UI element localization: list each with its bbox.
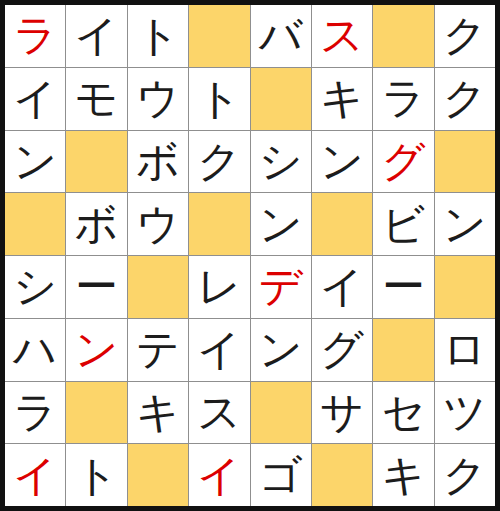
block-cell-r8c6 bbox=[312, 444, 372, 506]
letter-cell-r2c4[interactable]: ト bbox=[189, 68, 249, 130]
letter-cell-r1c8[interactable]: ク bbox=[435, 5, 495, 67]
letter-cell-r7c6[interactable]: サ bbox=[312, 382, 372, 444]
block-cell-r5c8 bbox=[435, 256, 495, 318]
letter-cell-r1c3[interactable]: ト bbox=[128, 5, 188, 67]
letter-cell-r8c4[interactable]: イ bbox=[189, 444, 249, 506]
block-cell-r3c2 bbox=[66, 131, 126, 193]
letter-cell-r1c6[interactable]: ス bbox=[312, 5, 372, 67]
block-cell-r1c7 bbox=[373, 5, 433, 67]
block-cell-r3c8 bbox=[435, 131, 495, 193]
letter-cell-r5c5[interactable]: デ bbox=[251, 256, 311, 318]
letter-cell-r6c3[interactable]: テ bbox=[128, 319, 188, 381]
letter-cell-r7c8[interactable]: ツ bbox=[435, 382, 495, 444]
letter-cell-r4c7[interactable]: ビ bbox=[373, 193, 433, 255]
block-cell-r5c3 bbox=[128, 256, 188, 318]
letter-cell-r2c6[interactable]: キ bbox=[312, 68, 372, 130]
letter-cell-r5c7[interactable]: ー bbox=[373, 256, 433, 318]
letter-cell-r6c1[interactable]: ハ bbox=[5, 319, 65, 381]
block-cell-r8c3 bbox=[128, 444, 188, 506]
letter-cell-r8c2[interactable]: ト bbox=[66, 444, 126, 506]
letter-cell-r3c4[interactable]: ク bbox=[189, 131, 249, 193]
letter-cell-r8c7[interactable]: キ bbox=[373, 444, 433, 506]
letter-cell-r3c7[interactable]: グ bbox=[373, 131, 433, 193]
block-cell-r7c2 bbox=[66, 382, 126, 444]
letter-cell-r6c6[interactable]: グ bbox=[312, 319, 372, 381]
letter-cell-r4c2[interactable]: ボ bbox=[66, 193, 126, 255]
letter-cell-r5c1[interactable]: シ bbox=[5, 256, 65, 318]
letter-cell-r6c5[interactable]: ン bbox=[251, 319, 311, 381]
letter-cell-r8c8[interactable]: ク bbox=[435, 444, 495, 506]
letter-cell-r1c2[interactable]: イ bbox=[66, 5, 126, 67]
block-cell-r2c5 bbox=[251, 68, 311, 130]
letter-cell-r3c1[interactable]: ン bbox=[5, 131, 65, 193]
letter-cell-r5c2[interactable]: ー bbox=[66, 256, 126, 318]
block-cell-r6c7 bbox=[373, 319, 433, 381]
letter-cell-r7c4[interactable]: ス bbox=[189, 382, 249, 444]
letter-cell-r5c6[interactable]: イ bbox=[312, 256, 372, 318]
letter-cell-r2c2[interactable]: モ bbox=[66, 68, 126, 130]
letter-cell-r6c8[interactable]: ロ bbox=[435, 319, 495, 381]
crossword-board: ライトバスクイモウトキラクンボクシングボウンビンシーレデイーハンテイングロラキス… bbox=[0, 0, 500, 511]
block-cell-r1c4 bbox=[189, 5, 249, 67]
letter-cell-r4c5[interactable]: ン bbox=[251, 193, 311, 255]
letter-cell-r2c1[interactable]: イ bbox=[5, 68, 65, 130]
letter-cell-r7c3[interactable]: キ bbox=[128, 382, 188, 444]
letter-cell-r4c3[interactable]: ウ bbox=[128, 193, 188, 255]
letter-cell-r2c3[interactable]: ウ bbox=[128, 68, 188, 130]
letter-cell-r7c1[interactable]: ラ bbox=[5, 382, 65, 444]
block-cell-r4c1 bbox=[5, 193, 65, 255]
letter-cell-r3c5[interactable]: シ bbox=[251, 131, 311, 193]
letter-cell-r3c6[interactable]: ン bbox=[312, 131, 372, 193]
letter-cell-r8c1[interactable]: イ bbox=[5, 444, 65, 506]
letter-cell-r2c7[interactable]: ラ bbox=[373, 68, 433, 130]
letter-cell-r1c5[interactable]: バ bbox=[251, 5, 311, 67]
letter-cell-r6c2[interactable]: ン bbox=[66, 319, 126, 381]
block-cell-r7c5 bbox=[251, 382, 311, 444]
block-cell-r4c4 bbox=[189, 193, 249, 255]
letter-cell-r1c1[interactable]: ラ bbox=[5, 5, 65, 67]
letter-cell-r3c3[interactable]: ボ bbox=[128, 131, 188, 193]
letter-cell-r4c8[interactable]: ン bbox=[435, 193, 495, 255]
letter-cell-r8c5[interactable]: ゴ bbox=[251, 444, 311, 506]
letter-cell-r5c4[interactable]: レ bbox=[189, 256, 249, 318]
letter-cell-r6c4[interactable]: イ bbox=[189, 319, 249, 381]
block-cell-r4c6 bbox=[312, 193, 372, 255]
letter-cell-r7c7[interactable]: セ bbox=[373, 382, 433, 444]
letter-cell-r2c8[interactable]: ク bbox=[435, 68, 495, 130]
